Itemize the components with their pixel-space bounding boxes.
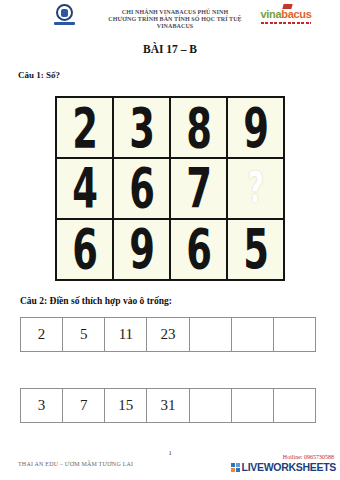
grid-cell-r3c4: 5 xyxy=(228,220,283,279)
seq1-blank-7[interactable] xyxy=(274,318,315,351)
vinabacus-wordmark-bacus: bacus xyxy=(281,8,311,20)
vinabacus-wordmark: vinabacus xyxy=(258,9,314,20)
school-logo xyxy=(53,4,75,25)
seq2-cell-3: 15 xyxy=(105,389,146,422)
seq1-cell-3: 11 xyxy=(105,318,146,351)
grid-cell-r2c3: 7 xyxy=(171,159,226,218)
liveworksheets-wordmark: LIVEWORKSHEETS xyxy=(242,461,336,473)
question1-number-grid: 2 3 8 9 4 6 7 ? 6 9 6 5 xyxy=(55,96,285,281)
header-text: CHI NHÁNH VINABACUS PHÚ NINH CHƯƠNG TRÌN… xyxy=(90,9,260,30)
grid-cell-r2c1: 4 xyxy=(57,159,112,218)
seq2-blank-6[interactable] xyxy=(232,389,273,422)
footer-school-text: THAI AN EDU – ƯƠM MẦM TƯƠNG LAI xyxy=(18,461,133,467)
hotline-text: Hotline: 0965730588 xyxy=(231,454,334,461)
seq2-blank-5[interactable] xyxy=(190,389,231,422)
school-logo-circle xyxy=(56,4,73,21)
grid-cell-r1c2: 3 xyxy=(114,98,169,157)
program-name: CHƯƠNG TRÌNH BÀN TÍNH SỐ HỌC TRÍ TUỆ VIN… xyxy=(90,16,260,30)
seq1-cell-4: 23 xyxy=(147,318,188,351)
grid-cell-r1c3: 8 xyxy=(171,98,226,157)
seq2-blank-7[interactable] xyxy=(274,389,315,422)
vinabacus-logo: vinabacus xyxy=(258,4,314,24)
question2-sequence1-strip: 2 5 11 23 xyxy=(20,317,316,352)
question1-label: Câu 1: Số? xyxy=(18,70,60,80)
seq2-cell-1: 3 xyxy=(21,389,62,422)
grid-cell-r1c4: 9 xyxy=(228,98,283,157)
seq1-cell-1: 2 xyxy=(21,318,62,351)
seq1-blank-5[interactable] xyxy=(190,318,231,351)
seq1-blank-6[interactable] xyxy=(232,318,273,351)
seq2-cell-4: 31 xyxy=(147,389,188,422)
grid-cell-r3c1: 6 xyxy=(57,220,112,279)
grid-cell-r3c3: 6 xyxy=(171,220,226,279)
graduation-cap-icon xyxy=(282,4,292,9)
ghost-question-mark: ? xyxy=(248,167,263,209)
grid-cell-r2c2: 6 xyxy=(114,159,169,218)
vinabacus-tagline-strip xyxy=(261,22,311,25)
school-logo-emblem-icon xyxy=(61,9,68,17)
school-logo-ribbon xyxy=(54,22,75,25)
footer-right: Hotline: 0965730588 LIVEWORKSHEETS xyxy=(231,454,336,473)
question2-sequence2-strip: 3 7 15 31 xyxy=(20,388,316,423)
vinabacus-wordmark-vina: vina xyxy=(260,8,281,20)
grid-cell-r2c4-missing-answer[interactable]: ? xyxy=(228,159,283,218)
branch-name: CHI NHÁNH VINABACUS PHÚ NINH xyxy=(90,9,260,16)
worksheet-page: CHI NHÁNH VINABACUS PHÚ NINH CHƯƠNG TRÌN… xyxy=(0,0,340,480)
question2-label: Câu 2: Điền số thích hợp vào ô trống: xyxy=(20,296,172,306)
grid-cell-r3c2: 9 xyxy=(114,220,169,279)
liveworksheets-logo[interactable]: LIVEWORKSHEETS xyxy=(231,461,336,473)
seq2-cell-2: 7 xyxy=(63,389,104,422)
liveworksheets-grid-icon xyxy=(231,463,240,472)
seq1-cell-2: 5 xyxy=(63,318,104,351)
lesson-title: BÀI 17 – B xyxy=(0,43,340,55)
grid-cell-r1c1: 2 xyxy=(57,98,112,157)
